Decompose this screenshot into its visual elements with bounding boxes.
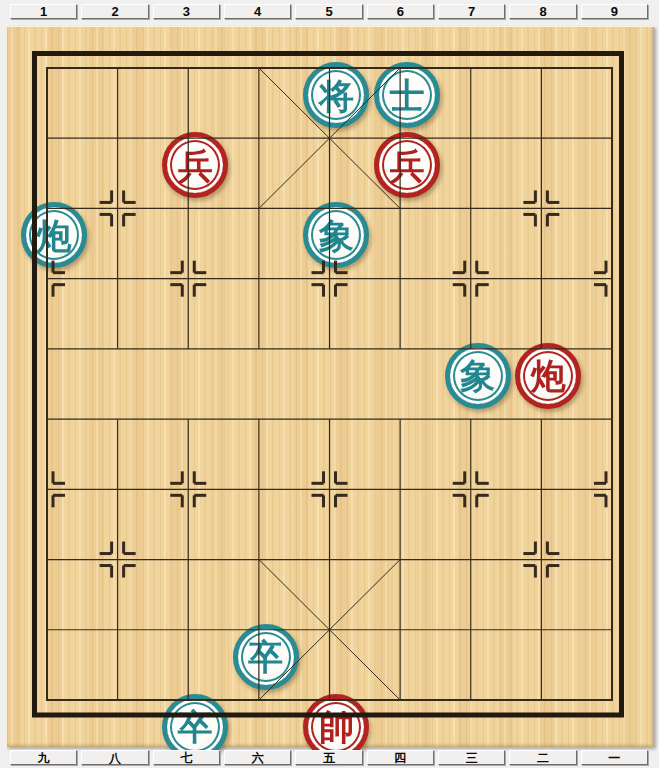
file-label-1: 1 bbox=[10, 4, 77, 19]
piece-black-elephant[interactable]: 象 bbox=[303, 202, 369, 268]
file-label-6: 6 bbox=[367, 4, 434, 19]
file-label-9: 9 bbox=[581, 4, 648, 19]
piece-glyph: 炮 bbox=[36, 219, 71, 254]
file-label-cn-7: 三 bbox=[438, 750, 505, 765]
file-label-cn-8: 二 bbox=[509, 750, 576, 765]
file-label-2: 2 bbox=[81, 4, 148, 19]
piece-red-soldier[interactable]: 兵 bbox=[374, 132, 440, 198]
xiangqi-app: 123456789 将士兵兵炮象象炮卒卒帥 九八七六五四三二一 bbox=[0, 0, 659, 768]
piece-glyph: 卒 bbox=[178, 710, 213, 745]
top-coordinate-bar: 123456789 bbox=[10, 4, 648, 19]
piece-glyph: 卒 bbox=[248, 640, 283, 675]
piece-glyph: 将 bbox=[319, 79, 354, 114]
file-label-4: 4 bbox=[224, 4, 291, 19]
piece-glyph: 兵 bbox=[390, 149, 425, 184]
file-label-cn-4: 六 bbox=[224, 750, 291, 765]
file-label-cn-2: 八 bbox=[81, 750, 148, 765]
piece-black-soldier[interactable]: 卒 bbox=[233, 624, 299, 690]
piece-black-general[interactable]: 将 bbox=[303, 62, 369, 128]
bottom-coordinate-bar: 九八七六五四三二一 bbox=[10, 750, 648, 765]
piece-black-advisor[interactable]: 士 bbox=[374, 62, 440, 128]
piece-glyph: 象 bbox=[460, 359, 495, 394]
file-label-7: 7 bbox=[438, 4, 505, 19]
piece-red-cannon[interactable]: 炮 bbox=[515, 343, 581, 409]
file-label-cn-5: 五 bbox=[295, 750, 362, 765]
file-label-cn-3: 七 bbox=[153, 750, 220, 765]
pieces-layer: 将士兵兵炮象象炮卒卒帥 bbox=[19, 60, 655, 762]
file-label-8: 8 bbox=[509, 4, 576, 19]
file-label-cn-1: 九 bbox=[10, 750, 77, 765]
file-label-3: 3 bbox=[153, 4, 220, 19]
piece-glyph: 士 bbox=[390, 79, 425, 114]
piece-glyph: 兵 bbox=[178, 149, 213, 184]
piece-glyph: 帥 bbox=[319, 710, 354, 745]
xiangqi-board[interactable]: 将士兵兵炮象象炮卒卒帥 bbox=[6, 26, 654, 747]
file-label-cn-9: 一 bbox=[581, 750, 648, 765]
piece-glyph: 炮 bbox=[531, 359, 566, 394]
piece-red-soldier[interactable]: 兵 bbox=[162, 132, 228, 198]
piece-glyph: 象 bbox=[319, 219, 354, 254]
file-label-cn-6: 四 bbox=[367, 750, 434, 765]
piece-black-cannon[interactable]: 炮 bbox=[21, 202, 87, 268]
piece-black-elephant[interactable]: 象 bbox=[445, 343, 511, 409]
file-label-5: 5 bbox=[295, 4, 362, 19]
